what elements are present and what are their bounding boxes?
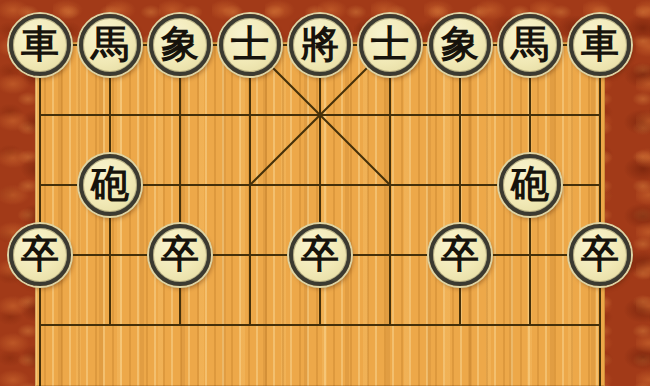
piece-black-soldier-a3[interactable]: 卒	[9, 224, 71, 286]
piece-black-cannon-b2[interactable]: 砲	[79, 154, 141, 216]
piece-black-horse-b0[interactable]: 馬	[79, 14, 141, 76]
soldier-glyph: 卒	[441, 235, 479, 273]
xiangqi-board: 車馬象士將士象馬車砲砲卒卒卒卒卒	[0, 0, 650, 386]
river-edge-line-right	[599, 325, 601, 386]
piece-black-soldier-c3[interactable]: 卒	[149, 224, 211, 286]
chariot-glyph: 車	[581, 25, 619, 63]
soldier-glyph: 卒	[581, 235, 619, 273]
horse-glyph: 馬	[511, 25, 549, 63]
board-cell[interactable]	[390, 115, 460, 185]
piece-black-advisor-f0[interactable]: 士	[359, 14, 421, 76]
soldier-glyph: 卒	[21, 235, 59, 273]
piece-black-soldier-i3[interactable]: 卒	[569, 224, 631, 286]
advisor-glyph: 士	[231, 25, 269, 63]
river-edge-line-left	[39, 325, 41, 386]
general-glyph: 將	[301, 25, 339, 63]
elephant-glyph: 象	[161, 25, 199, 63]
board-cell[interactable]	[180, 115, 250, 185]
piece-black-general-e0[interactable]: 將	[289, 14, 351, 76]
piece-black-soldier-e3[interactable]: 卒	[289, 224, 351, 286]
piece-black-chariot-i0[interactable]: 車	[569, 14, 631, 76]
soldier-glyph: 卒	[301, 235, 339, 273]
cannon-glyph: 砲	[511, 165, 549, 203]
advisor-glyph: 士	[371, 25, 409, 63]
soldier-glyph: 卒	[161, 235, 199, 273]
chariot-glyph: 車	[21, 25, 59, 63]
piece-black-chariot-a0[interactable]: 車	[9, 14, 71, 76]
piece-black-elephant-c0[interactable]: 象	[149, 14, 211, 76]
elephant-glyph: 象	[441, 25, 479, 63]
piece-black-elephant-g0[interactable]: 象	[429, 14, 491, 76]
horse-glyph: 馬	[91, 25, 129, 63]
piece-black-soldier-g3[interactable]: 卒	[429, 224, 491, 286]
piece-black-cannon-h2[interactable]: 砲	[499, 154, 561, 216]
piece-black-advisor-d0[interactable]: 士	[219, 14, 281, 76]
piece-black-horse-h0[interactable]: 馬	[499, 14, 561, 76]
cannon-glyph: 砲	[91, 165, 129, 203]
